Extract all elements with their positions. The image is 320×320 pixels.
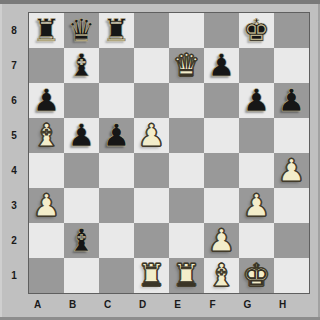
rank-label-1: 1	[2, 258, 26, 293]
white-pawn-h4: ♟	[278, 153, 306, 188]
black-bishop-b7: ♝	[68, 48, 96, 83]
file-label-c: C	[90, 295, 125, 313]
square-h8[interactable]	[274, 13, 309, 48]
black-rook-c8: ♜	[103, 13, 131, 48]
square-h1[interactable]	[274, 258, 309, 293]
file-label-d: D	[125, 295, 160, 313]
square-g4[interactable]	[239, 153, 274, 188]
chess-diagram: 87654321 ♜♛♜♚♝♛♟♟♟♟♝♟♟♟♟♟♟♝♟♜♜♝♚ ABCDEFG…	[0, 0, 320, 320]
square-e7[interactable]: ♛	[169, 48, 204, 83]
white-pawn-f2: ♟	[208, 223, 236, 258]
rank-label-2: 2	[2, 223, 26, 258]
square-b6[interactable]	[64, 83, 99, 118]
square-b3[interactable]	[64, 188, 99, 223]
black-pawn-b5: ♟	[68, 118, 96, 153]
square-b8[interactable]: ♛	[64, 13, 99, 48]
square-e6[interactable]	[169, 83, 204, 118]
file-labels: ABCDEFGH	[29, 295, 309, 313]
white-bishop-f1: ♝	[208, 258, 236, 293]
square-h7[interactable]	[274, 48, 309, 83]
square-d8[interactable]	[134, 13, 169, 48]
black-bishop-b2: ♝	[68, 223, 96, 258]
square-c2[interactable]	[99, 223, 134, 258]
square-f2[interactable]: ♟	[204, 223, 239, 258]
square-a4[interactable]	[29, 153, 64, 188]
rank-label-3: 3	[2, 188, 26, 223]
square-d3[interactable]	[134, 188, 169, 223]
square-e2[interactable]	[169, 223, 204, 258]
square-c1[interactable]	[99, 258, 134, 293]
square-d7[interactable]	[134, 48, 169, 83]
white-king-g1: ♚	[243, 258, 271, 293]
square-g1[interactable]: ♚	[239, 258, 274, 293]
square-f1[interactable]: ♝	[204, 258, 239, 293]
file-label-g: G	[230, 295, 265, 313]
white-pawn-g3: ♟	[243, 188, 271, 223]
square-b1[interactable]	[64, 258, 99, 293]
white-pawn-d5: ♟	[138, 118, 166, 153]
square-h4[interactable]: ♟	[274, 153, 309, 188]
black-pawn-c5: ♟	[103, 118, 131, 153]
black-pawn-f7: ♟	[208, 48, 236, 83]
square-c5[interactable]: ♟	[99, 118, 134, 153]
black-rook-a8: ♜	[33, 13, 61, 48]
square-c8[interactable]: ♜	[99, 13, 134, 48]
rank-label-6: 6	[2, 83, 26, 118]
square-g2[interactable]	[239, 223, 274, 258]
square-a5[interactable]: ♝	[29, 118, 64, 153]
white-rook-e1: ♜	[173, 258, 201, 293]
black-pawn-a6: ♟	[33, 83, 61, 118]
white-queen-e7: ♛	[173, 48, 201, 83]
square-h3[interactable]	[274, 188, 309, 223]
square-g5[interactable]	[239, 118, 274, 153]
white-pawn-a3: ♟	[33, 188, 61, 223]
square-h2[interactable]	[274, 223, 309, 258]
white-bishop-a5: ♝	[33, 118, 61, 153]
square-d1[interactable]: ♜	[134, 258, 169, 293]
rank-label-4: 4	[2, 153, 26, 188]
square-f6[interactable]	[204, 83, 239, 118]
square-a2[interactable]	[29, 223, 64, 258]
black-pawn-g6: ♟	[243, 83, 271, 118]
square-h6[interactable]: ♟	[274, 83, 309, 118]
square-a7[interactable]	[29, 48, 64, 83]
square-b4[interactable]	[64, 153, 99, 188]
square-g7[interactable]	[239, 48, 274, 83]
square-e8[interactable]	[169, 13, 204, 48]
square-c6[interactable]	[99, 83, 134, 118]
square-h5[interactable]	[274, 118, 309, 153]
square-c3[interactable]	[99, 188, 134, 223]
square-f3[interactable]	[204, 188, 239, 223]
square-g8[interactable]: ♚	[239, 13, 274, 48]
square-f7[interactable]: ♟	[204, 48, 239, 83]
file-label-b: B	[55, 295, 90, 313]
square-d5[interactable]: ♟	[134, 118, 169, 153]
file-label-h: H	[265, 295, 300, 313]
square-a3[interactable]: ♟	[29, 188, 64, 223]
square-b7[interactable]: ♝	[64, 48, 99, 83]
square-g3[interactable]: ♟	[239, 188, 274, 223]
square-g6[interactable]: ♟	[239, 83, 274, 118]
square-e4[interactable]	[169, 153, 204, 188]
square-f8[interactable]	[204, 13, 239, 48]
square-d2[interactable]	[134, 223, 169, 258]
square-e3[interactable]	[169, 188, 204, 223]
file-label-f: F	[195, 295, 230, 313]
square-b2[interactable]: ♝	[64, 223, 99, 258]
black-pawn-h6: ♟	[278, 83, 306, 118]
square-a8[interactable]: ♜	[29, 13, 64, 48]
square-f4[interactable]	[204, 153, 239, 188]
square-d4[interactable]	[134, 153, 169, 188]
rank-label-8: 8	[2, 13, 26, 48]
rank-label-7: 7	[2, 48, 26, 83]
square-c4[interactable]	[99, 153, 134, 188]
square-d6[interactable]	[134, 83, 169, 118]
square-e1[interactable]: ♜	[169, 258, 204, 293]
rank-label-5: 5	[2, 118, 26, 153]
file-label-e: E	[160, 295, 195, 313]
square-b5[interactable]: ♟	[64, 118, 99, 153]
square-e5[interactable]	[169, 118, 204, 153]
square-a1[interactable]	[29, 258, 64, 293]
black-queen-b8: ♛	[68, 13, 96, 48]
square-c7[interactable]	[99, 48, 134, 83]
white-rook-d1: ♜	[138, 258, 166, 293]
file-label-a: A	[20, 295, 55, 313]
square-a6[interactable]: ♟	[29, 83, 64, 118]
chess-board: ♜♛♜♚♝♛♟♟♟♟♝♟♟♟♟♟♟♝♟♜♜♝♚	[28, 12, 310, 294]
black-king-g8: ♚	[243, 13, 271, 48]
rank-labels: 87654321	[2, 13, 26, 293]
square-f5[interactable]	[204, 118, 239, 153]
